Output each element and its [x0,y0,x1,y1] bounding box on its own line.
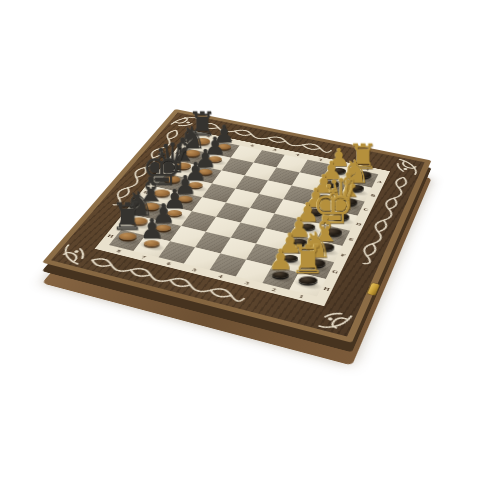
piece-base [144,240,160,246]
piece-base [298,277,317,285]
piece-base [272,271,288,278]
piece-glyph: ♜ [290,241,326,279]
corner-ornament-icon [315,307,355,335]
square-h1: ♜ [289,273,325,297]
product-photo: 87654321 87654321 ABCDEFGH ABCDEFGH ♜♟♟♜… [0,0,500,500]
square-d5 [226,189,259,208]
scene: 87654321 87654321 ABCDEFGH ABCDEFGH ♜♟♟♜… [0,0,500,500]
coordinate-strip: 87654321 87654321 ABCDEFGH ABCDEFGH ♜♟♟♜… [95,130,390,306]
black-pawn: ♟ [140,216,165,246]
gold-rook: ♜ [290,241,326,284]
piece-base [118,233,136,240]
board-tilt-wrapper: 87654321 87654321 ABCDEFGH ABCDEFGH ♜♟♟♜… [42,109,431,343]
corner-ornament-icon [391,157,423,176]
piece-glyph: ♟ [140,216,165,242]
board-frame: 87654321 87654321 ABCDEFGH ABCDEFGH ♜♟♟♜… [51,112,425,336]
